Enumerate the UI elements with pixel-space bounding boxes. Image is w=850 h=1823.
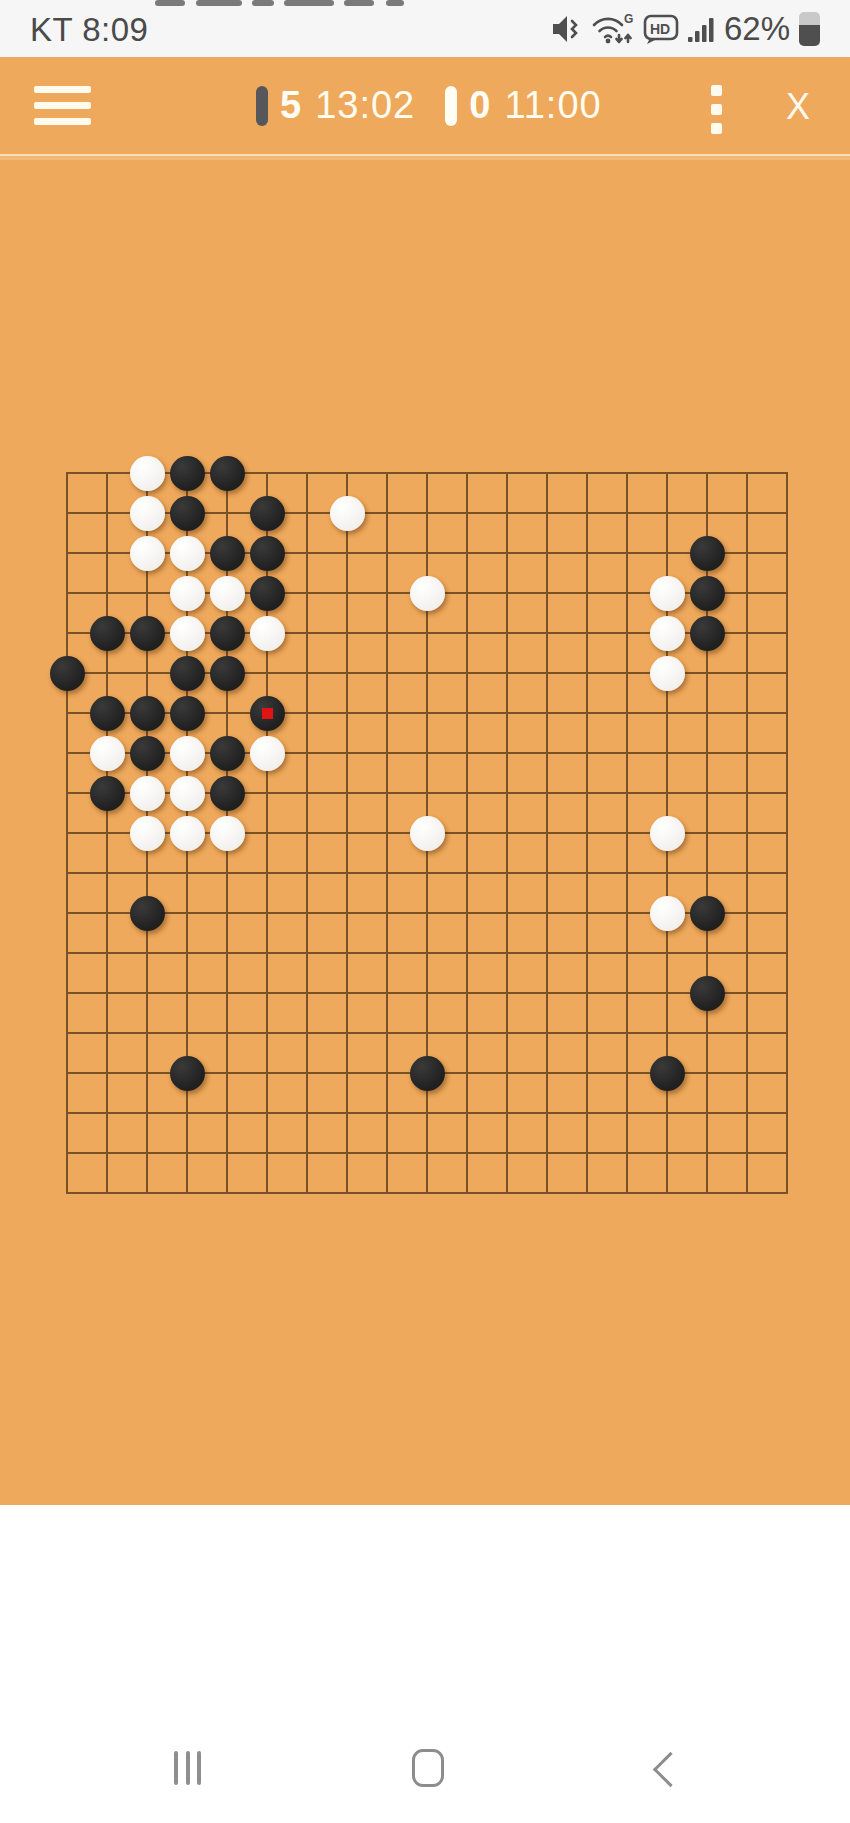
stone-white xyxy=(130,816,165,851)
stone-black xyxy=(210,536,245,571)
more-menu-icon[interactable] xyxy=(711,85,722,134)
black-clock: 13:02 xyxy=(315,84,415,127)
stone-black xyxy=(250,536,285,571)
svg-text:G: G xyxy=(624,12,633,26)
stone-black xyxy=(130,736,165,771)
stone-white xyxy=(170,816,205,851)
status-icons: G HD 62% xyxy=(551,0,820,57)
stone-white xyxy=(170,736,205,771)
white-player-indicator xyxy=(445,86,457,126)
close-button[interactable]: X xyxy=(786,57,810,154)
hd-call-icon: HD xyxy=(643,13,679,45)
stone-white xyxy=(170,616,205,651)
stone-black xyxy=(210,456,245,491)
phone-screen: KT 8:09 G HD xyxy=(0,0,850,1823)
stone-white xyxy=(130,496,165,531)
last-move-marker xyxy=(262,708,273,719)
screen-artifact xyxy=(155,0,185,6)
battery-icon xyxy=(799,12,820,46)
stone-white xyxy=(650,656,685,691)
stone-white xyxy=(90,736,125,771)
stone-white xyxy=(170,776,205,811)
stone-black xyxy=(130,696,165,731)
stone-white xyxy=(650,816,685,851)
screen-artifact xyxy=(344,0,374,6)
white-captures: 0 xyxy=(469,84,490,127)
stone-black xyxy=(410,1056,445,1091)
stone-black xyxy=(250,496,285,531)
screen-artifact xyxy=(284,0,334,6)
stone-white xyxy=(410,576,445,611)
app-header: 5 13:02 0 11:00 X xyxy=(0,57,850,156)
stone-white xyxy=(250,736,285,771)
stone-white xyxy=(650,616,685,651)
black-player-indicator xyxy=(256,86,268,126)
stone-white xyxy=(170,536,205,571)
stone-black xyxy=(690,616,725,651)
stone-black xyxy=(130,616,165,651)
stone-white xyxy=(170,576,205,611)
stone-black xyxy=(50,656,85,691)
stone-black xyxy=(90,616,125,651)
muted-speaker-icon xyxy=(551,12,581,46)
stone-white xyxy=(410,816,445,851)
mobile-data-g-icon: G xyxy=(590,11,634,47)
stone-black xyxy=(690,976,725,1011)
stone-white xyxy=(130,456,165,491)
stone-black xyxy=(130,896,165,931)
white-clock: 11:00 xyxy=(504,84,601,127)
stone-white xyxy=(130,776,165,811)
stone-white xyxy=(650,576,685,611)
screen-artifact xyxy=(196,0,242,6)
stone-black xyxy=(210,656,245,691)
stone-black xyxy=(650,1056,685,1091)
stone-black xyxy=(210,616,245,651)
stone-black xyxy=(170,496,205,531)
game-clocks: 5 13:02 0 11:00 xyxy=(256,57,602,154)
stone-black xyxy=(210,736,245,771)
screen-artifact xyxy=(252,0,274,6)
stone-black xyxy=(690,576,725,611)
stone-black xyxy=(170,696,205,731)
stone-white xyxy=(650,896,685,931)
stone-black xyxy=(170,456,205,491)
stone-white xyxy=(250,616,285,651)
menu-icon[interactable] xyxy=(34,86,91,125)
stone-black xyxy=(170,656,205,691)
stone-black xyxy=(90,696,125,731)
stone-white xyxy=(210,576,245,611)
go-board[interactable] xyxy=(47,453,807,1213)
screen-artifact xyxy=(386,0,404,6)
stone-white xyxy=(330,496,365,531)
carrier-and-time: KT 8:09 xyxy=(30,0,148,57)
stone-black xyxy=(250,696,285,731)
recents-button[interactable] xyxy=(174,1751,201,1785)
stone-white xyxy=(210,816,245,851)
stone-black xyxy=(170,1056,205,1091)
battery-percent: 62% xyxy=(724,10,790,48)
stone-black xyxy=(690,896,725,931)
stone-black xyxy=(690,536,725,571)
status-bar: KT 8:09 G HD xyxy=(0,0,850,57)
home-button[interactable] xyxy=(412,1749,444,1787)
hd-label: HD xyxy=(650,21,670,37)
stone-black xyxy=(250,576,285,611)
stone-black xyxy=(210,776,245,811)
signal-bars-icon xyxy=(688,13,715,45)
stone-black xyxy=(90,776,125,811)
stone-white xyxy=(130,536,165,571)
black-captures: 5 xyxy=(280,84,301,127)
